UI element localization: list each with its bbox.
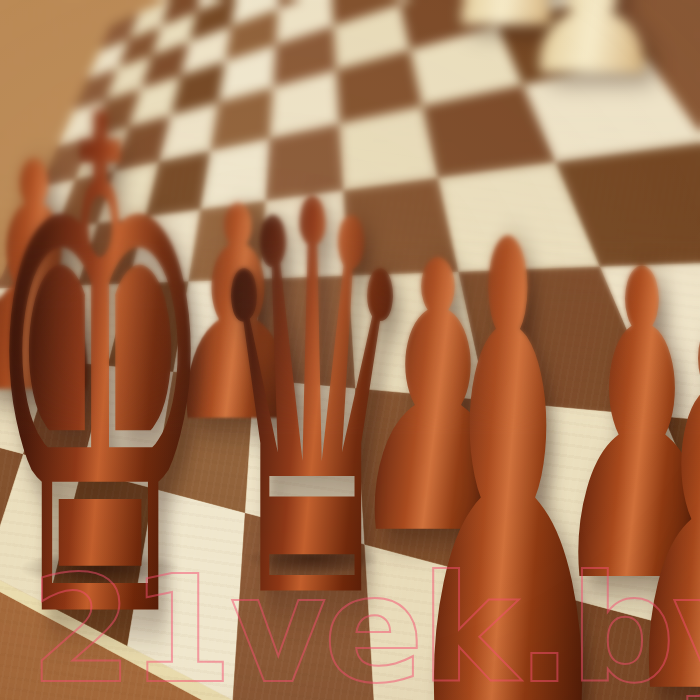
chess-product-photo: ♟♟♟♟♟♟♛♚♟♟ 21vek.by <box>0 0 700 700</box>
piece-dark-queen: ♛ <box>204 135 419 675</box>
pieces-layer: ♟♟♟♟♟♟♛♚♟♟ <box>0 0 700 700</box>
piece-dark-pawn-front: ♟ <box>397 159 619 700</box>
piece-white-pawn-far-right: ♟ <box>514 0 671 101</box>
piece-dark-king: ♚ <box>0 32 216 700</box>
piece-dark-pawn-edge: ♟ <box>616 260 700 700</box>
